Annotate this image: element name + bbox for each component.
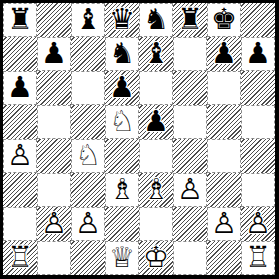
piece-white-pawn: ♟♙: [207, 207, 241, 241]
piece-black-pawn: ♟: [207, 37, 241, 71]
piece-outline: ♙: [3, 139, 37, 173]
square-g2[interactable]: ♟♙: [207, 207, 241, 241]
piece-outline: ♙: [173, 173, 207, 207]
piece-outline: ♘: [105, 105, 139, 139]
square-g7[interactable]: ♟: [207, 37, 241, 71]
square-b8[interactable]: [37, 3, 71, 37]
square-c1[interactable]: [71, 241, 105, 275]
square-d3[interactable]: ♝♗: [105, 173, 139, 207]
piece-outline: ♗: [105, 173, 139, 207]
piece-outline: ♔: [139, 241, 173, 275]
square-h4[interactable]: [241, 139, 275, 173]
square-g3[interactable]: [207, 173, 241, 207]
square-d2[interactable]: [105, 207, 139, 241]
square-e4[interactable]: [139, 139, 173, 173]
square-a5[interactable]: [3, 105, 37, 139]
square-a3[interactable]: [3, 173, 37, 207]
square-f6[interactable]: [173, 71, 207, 105]
piece-outline: ♙: [241, 207, 275, 241]
piece-black-knight: ♞: [139, 3, 173, 37]
square-g5[interactable]: [207, 105, 241, 139]
chess-board: ♜♝♛♞♜♚♟♞♝♟♟♟♟♞♘♟♟♙♞♘♝♗♝♗♟♙♟♙♟♙♟♙♟♙♜♖♛♕♚♔…: [3, 3, 275, 275]
piece-black-pawn: ♟: [105, 71, 139, 105]
piece-black-queen: ♛: [105, 3, 139, 37]
square-c4[interactable]: ♞♘: [71, 139, 105, 173]
square-e6[interactable]: [139, 71, 173, 105]
piece-white-pawn: ♟♙: [241, 207, 275, 241]
piece-white-knight: ♞♘: [105, 105, 139, 139]
square-e1[interactable]: ♚♔: [139, 241, 173, 275]
square-d4[interactable]: [105, 139, 139, 173]
square-h2[interactable]: ♟♙: [241, 207, 275, 241]
square-b6[interactable]: [37, 71, 71, 105]
piece-black-knight: ♞: [105, 37, 139, 71]
piece-white-rook: ♜♖: [3, 241, 37, 275]
piece-outline: ♖: [241, 241, 275, 275]
piece-white-pawn: ♟♙: [173, 173, 207, 207]
piece-black-bishop: ♝: [139, 37, 173, 71]
square-f8[interactable]: ♜: [173, 3, 207, 37]
square-h8[interactable]: [241, 3, 275, 37]
square-a8[interactable]: ♜: [3, 3, 37, 37]
piece-white-pawn: ♟♙: [3, 139, 37, 173]
square-c5[interactable]: [71, 105, 105, 139]
piece-black-rook: ♜: [173, 3, 207, 37]
square-b4[interactable]: [37, 139, 71, 173]
square-f1[interactable]: [173, 241, 207, 275]
piece-outline: ♙: [71, 207, 105, 241]
square-d1[interactable]: ♛♕: [105, 241, 139, 275]
piece-black-pawn: ♟: [241, 37, 275, 71]
square-d6[interactable]: ♟: [105, 71, 139, 105]
square-h5[interactable]: [241, 105, 275, 139]
piece-white-queen: ♛♕: [105, 241, 139, 275]
piece-black-rook: ♜: [3, 3, 37, 37]
square-h3[interactable]: [241, 173, 275, 207]
square-d8[interactable]: ♛: [105, 3, 139, 37]
piece-white-knight: ♞♘: [71, 139, 105, 173]
square-f2[interactable]: [173, 207, 207, 241]
square-f5[interactable]: [173, 105, 207, 139]
piece-outline: ♙: [207, 207, 241, 241]
square-f7[interactable]: [173, 37, 207, 71]
square-d7[interactable]: ♞: [105, 37, 139, 71]
square-g4[interactable]: [207, 139, 241, 173]
piece-outline: ♙: [37, 207, 71, 241]
square-c8[interactable]: ♝: [71, 3, 105, 37]
piece-white-pawn: ♟♙: [71, 207, 105, 241]
square-e8[interactable]: ♞: [139, 3, 173, 37]
square-e5[interactable]: ♟: [139, 105, 173, 139]
square-b5[interactable]: [37, 105, 71, 139]
square-c3[interactable]: [71, 173, 105, 207]
piece-white-rook: ♜♖: [241, 241, 275, 275]
square-c6[interactable]: [71, 71, 105, 105]
square-h7[interactable]: ♟: [241, 37, 275, 71]
square-g6[interactable]: [207, 71, 241, 105]
square-c2[interactable]: ♟♙: [71, 207, 105, 241]
piece-outline: ♗: [139, 173, 173, 207]
piece-white-king: ♚♔: [139, 241, 173, 275]
square-b2[interactable]: ♟♙: [37, 207, 71, 241]
square-b7[interactable]: ♟: [37, 37, 71, 71]
piece-white-bishop: ♝♗: [139, 173, 173, 207]
square-e2[interactable]: [139, 207, 173, 241]
square-h6[interactable]: [241, 71, 275, 105]
square-a4[interactable]: ♟♙: [3, 139, 37, 173]
piece-black-pawn: ♟: [139, 105, 173, 139]
square-a1[interactable]: ♜♖: [3, 241, 37, 275]
piece-outline: ♘: [71, 139, 105, 173]
square-g8[interactable]: ♚: [207, 3, 241, 37]
square-c7[interactable]: [71, 37, 105, 71]
piece-outline: ♖: [3, 241, 37, 275]
square-a6[interactable]: ♟: [3, 71, 37, 105]
piece-black-pawn: ♟: [37, 37, 71, 71]
square-b3[interactable]: [37, 173, 71, 207]
square-a7[interactable]: [3, 37, 37, 71]
board-frame: ♜♝♛♞♜♚♟♞♝♟♟♟♟♞♘♟♟♙♞♘♝♗♝♗♟♙♟♙♟♙♟♙♟♙♜♖♛♕♚♔…: [0, 0, 279, 279]
square-b1[interactable]: [37, 241, 71, 275]
square-d5[interactable]: ♞♘: [105, 105, 139, 139]
square-e3[interactable]: ♝♗: [139, 173, 173, 207]
piece-outline: ♕: [105, 241, 139, 275]
square-g1[interactable]: [207, 241, 241, 275]
piece-white-bishop: ♝♗: [105, 173, 139, 207]
piece-white-pawn: ♟♙: [37, 207, 71, 241]
square-h1[interactable]: ♜♖: [241, 241, 275, 275]
piece-black-king: ♚: [207, 3, 241, 37]
square-a2[interactable]: [3, 207, 37, 241]
square-e7[interactable]: ♝: [139, 37, 173, 71]
square-f3[interactable]: ♟♙: [173, 173, 207, 207]
square-f4[interactable]: [173, 139, 207, 173]
piece-black-bishop: ♝: [71, 3, 105, 37]
piece-black-pawn: ♟: [3, 71, 37, 105]
